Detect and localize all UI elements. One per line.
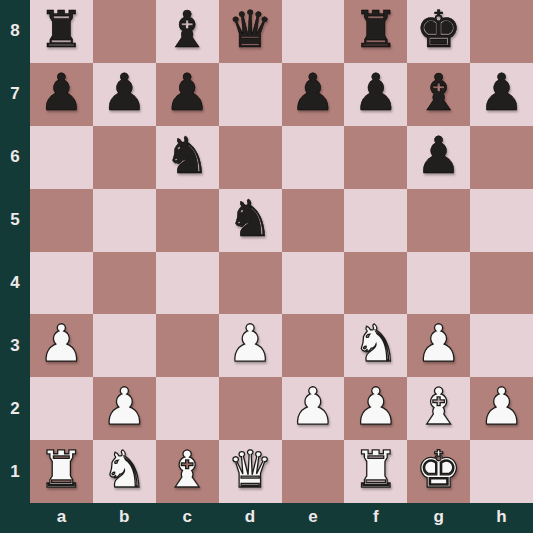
square-b6[interactable]: [93, 126, 156, 189]
square-a3[interactable]: ♟: [30, 314, 93, 377]
square-b8[interactable]: [93, 0, 156, 63]
square-g2[interactable]: ♝: [407, 377, 470, 440]
white-king[interactable]: ♚: [416, 444, 462, 495]
white-bishop[interactable]: ♝: [416, 381, 462, 432]
white-knight[interactable]: ♞: [353, 318, 399, 369]
file-label-c: c: [156, 503, 219, 533]
square-c7[interactable]: ♟: [156, 63, 219, 126]
square-h5[interactable]: [470, 189, 533, 252]
square-d6[interactable]: [219, 126, 282, 189]
white-pawn[interactable]: ♟: [227, 318, 273, 369]
black-rook[interactable]: ♜: [39, 4, 85, 55]
rank-label-3: 3: [0, 314, 30, 377]
rank-label-7: 7: [0, 63, 30, 126]
square-e8[interactable]: [282, 0, 345, 63]
square-a8[interactable]: ♜: [30, 0, 93, 63]
square-f5[interactable]: [344, 189, 407, 252]
square-e6[interactable]: [282, 126, 345, 189]
black-queen[interactable]: ♛: [227, 4, 273, 55]
white-bishop[interactable]: ♝: [164, 444, 210, 495]
file-label-g: g: [407, 503, 470, 533]
square-c1[interactable]: ♝: [156, 440, 219, 503]
square-g5[interactable]: [407, 189, 470, 252]
square-a7[interactable]: ♟: [30, 63, 93, 126]
square-f2[interactable]: ♟: [344, 377, 407, 440]
square-d5[interactable]: ♞: [219, 189, 282, 252]
square-f1[interactable]: ♜: [344, 440, 407, 503]
square-h7[interactable]: ♟: [470, 63, 533, 126]
square-f7[interactable]: ♟: [344, 63, 407, 126]
square-d2[interactable]: [219, 377, 282, 440]
rank-label-6: 6: [0, 126, 30, 189]
white-pawn[interactable]: ♟: [39, 318, 85, 369]
square-e7[interactable]: ♟: [282, 63, 345, 126]
white-queen[interactable]: ♛: [227, 444, 273, 495]
square-d3[interactable]: ♟: [219, 314, 282, 377]
square-b2[interactable]: ♟: [93, 377, 156, 440]
square-f3[interactable]: ♞: [344, 314, 407, 377]
square-c8[interactable]: ♝: [156, 0, 219, 63]
square-c4[interactable]: [156, 252, 219, 315]
black-pawn[interactable]: ♟: [164, 67, 210, 118]
square-d1[interactable]: ♛: [219, 440, 282, 503]
square-c5[interactable]: [156, 189, 219, 252]
black-pawn[interactable]: ♟: [353, 67, 399, 118]
file-label-f: f: [344, 503, 407, 533]
square-a1[interactable]: ♜: [30, 440, 93, 503]
file-label-b: b: [93, 503, 156, 533]
white-rook[interactable]: ♜: [353, 444, 399, 495]
square-a5[interactable]: [30, 189, 93, 252]
square-e3[interactable]: [282, 314, 345, 377]
square-e2[interactable]: ♟: [282, 377, 345, 440]
square-b3[interactable]: [93, 314, 156, 377]
square-e1[interactable]: [282, 440, 345, 503]
square-f8[interactable]: ♜: [344, 0, 407, 63]
square-h2[interactable]: ♟: [470, 377, 533, 440]
black-knight[interactable]: ♞: [164, 130, 210, 181]
white-pawn[interactable]: ♟: [353, 381, 399, 432]
square-d8[interactable]: ♛: [219, 0, 282, 63]
square-g6[interactable]: ♟: [407, 126, 470, 189]
square-f6[interactable]: [344, 126, 407, 189]
black-bishop[interactable]: ♝: [164, 4, 210, 55]
square-a4[interactable]: [30, 252, 93, 315]
rank-label-2: 2: [0, 377, 30, 440]
square-h4[interactable]: [470, 252, 533, 315]
square-e5[interactable]: [282, 189, 345, 252]
file-label-h: h: [470, 503, 533, 533]
black-pawn[interactable]: ♟: [479, 67, 525, 118]
square-c2[interactable]: [156, 377, 219, 440]
rank-label-5: 5: [0, 189, 30, 252]
square-h6[interactable]: [470, 126, 533, 189]
white-knight[interactable]: ♞: [101, 444, 147, 495]
black-rook[interactable]: ♜: [353, 4, 399, 55]
black-pawn[interactable]: ♟: [101, 67, 147, 118]
white-pawn[interactable]: ♟: [479, 381, 525, 432]
black-knight[interactable]: ♞: [227, 193, 273, 244]
white-pawn[interactable]: ♟: [290, 381, 336, 432]
file-label-a: a: [30, 503, 93, 533]
chess-board-panel: 87654321 ♜♝♛♜♚♟♟♟♟♟♝♟♞♟♞♟♟♞♟♟♟♟♝♟♜♞♝♛♜♚ …: [0, 0, 533, 533]
file-label-d: d: [219, 503, 282, 533]
square-h3[interactable]: [470, 314, 533, 377]
black-bishop[interactable]: ♝: [416, 67, 462, 118]
chess-board[interactable]: ♜♝♛♜♚♟♟♟♟♟♝♟♞♟♞♟♟♞♟♟♟♟♝♟♜♞♝♛♜♚: [30, 0, 533, 503]
square-h8[interactable]: [470, 0, 533, 63]
black-pawn[interactable]: ♟: [39, 67, 85, 118]
square-b5[interactable]: [93, 189, 156, 252]
square-f4[interactable]: [344, 252, 407, 315]
white-rook[interactable]: ♜: [39, 444, 85, 495]
rank-label-4: 4: [0, 252, 30, 315]
square-a2[interactable]: [30, 377, 93, 440]
black-pawn[interactable]: ♟: [416, 130, 462, 181]
square-c3[interactable]: [156, 314, 219, 377]
rank-labels: 87654321: [0, 0, 30, 503]
square-g8[interactable]: ♚: [407, 0, 470, 63]
file-label-e: e: [282, 503, 345, 533]
black-king[interactable]: ♚: [416, 4, 462, 55]
rank-label-8: 8: [0, 0, 30, 63]
square-g4[interactable]: [407, 252, 470, 315]
white-pawn[interactable]: ♟: [101, 381, 147, 432]
square-d4[interactable]: [219, 252, 282, 315]
square-e4[interactable]: [282, 252, 345, 315]
square-c6[interactable]: ♞: [156, 126, 219, 189]
square-g7[interactable]: ♝: [407, 63, 470, 126]
square-h1[interactable]: [470, 440, 533, 503]
square-b7[interactable]: ♟: [93, 63, 156, 126]
file-labels: abcdefgh: [30, 503, 533, 533]
black-pawn[interactable]: ♟: [290, 67, 336, 118]
square-g3[interactable]: ♟: [407, 314, 470, 377]
square-d7[interactable]: [219, 63, 282, 126]
square-b1[interactable]: ♞: [93, 440, 156, 503]
square-g1[interactable]: ♚: [407, 440, 470, 503]
white-pawn[interactable]: ♟: [416, 318, 462, 369]
square-a6[interactable]: [30, 126, 93, 189]
square-b4[interactable]: [93, 252, 156, 315]
rank-label-1: 1: [0, 440, 30, 503]
